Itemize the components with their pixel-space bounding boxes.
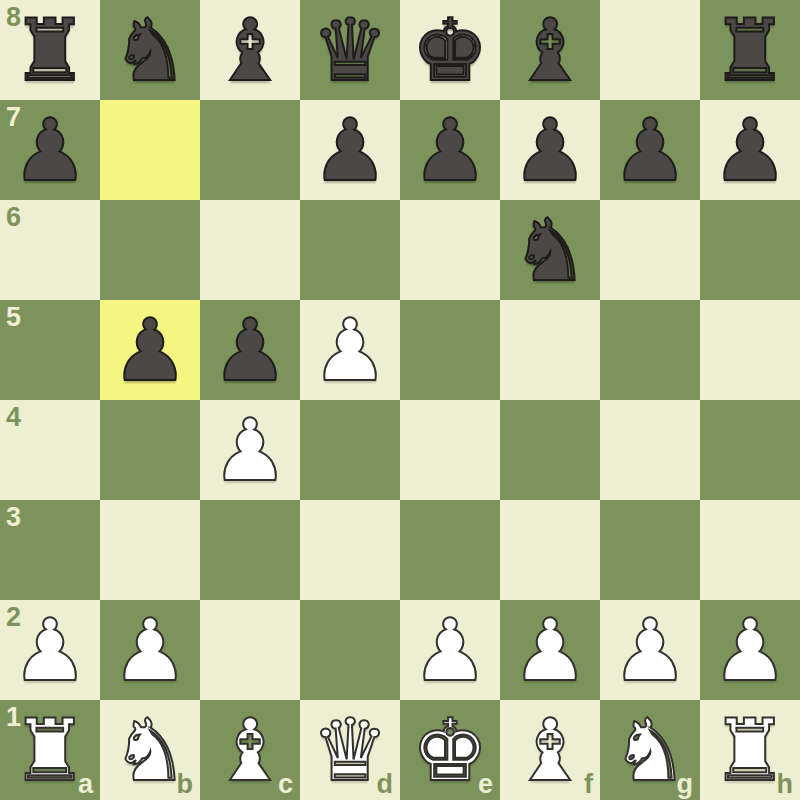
square-d1[interactable]: d♛ — [300, 700, 400, 800]
square-f4[interactable] — [500, 400, 600, 500]
piece-white-pawn[interactable]: ♟ — [700, 600, 800, 700]
square-h4[interactable] — [700, 400, 800, 500]
square-h1[interactable]: h♜ — [700, 700, 800, 800]
square-d6[interactable] — [300, 200, 400, 300]
chess-board: 8♜♞♝♛♚♝♜7♟♟♟♟♟♟6♞5♟♟♟4♟32♟♟♟♟♟♟1a♜b♞c♝d♛… — [0, 0, 800, 800]
piece-white-pawn[interactable]: ♟ — [300, 300, 400, 400]
piece-black-king[interactable]: ♚ — [400, 0, 500, 100]
piece-white-king[interactable]: ♚ — [400, 700, 500, 800]
square-b7[interactable] — [100, 100, 200, 200]
square-e1[interactable]: e♚ — [400, 700, 500, 800]
square-g3[interactable] — [600, 500, 700, 600]
square-b4[interactable] — [100, 400, 200, 500]
square-f7[interactable]: ♟ — [500, 100, 600, 200]
square-e7[interactable]: ♟ — [400, 100, 500, 200]
square-e3[interactable] — [400, 500, 500, 600]
piece-black-bishop[interactable]: ♝ — [500, 0, 600, 100]
square-d8[interactable]: ♛ — [300, 0, 400, 100]
square-d5[interactable]: ♟ — [300, 300, 400, 400]
piece-white-pawn[interactable]: ♟ — [200, 400, 300, 500]
square-h2[interactable]: ♟ — [700, 600, 800, 700]
square-e5[interactable] — [400, 300, 500, 400]
square-d2[interactable] — [300, 600, 400, 700]
square-c2[interactable] — [200, 600, 300, 700]
square-b5[interactable]: ♟ — [100, 300, 200, 400]
square-g2[interactable]: ♟ — [600, 600, 700, 700]
square-c4[interactable]: ♟ — [200, 400, 300, 500]
piece-black-pawn[interactable]: ♟ — [600, 100, 700, 200]
square-d4[interactable] — [300, 400, 400, 500]
piece-white-knight[interactable]: ♞ — [600, 700, 700, 800]
square-f8[interactable]: ♝ — [500, 0, 600, 100]
square-f2[interactable]: ♟ — [500, 600, 600, 700]
square-a1[interactable]: 1a♜ — [0, 700, 100, 800]
square-g6[interactable] — [600, 200, 700, 300]
square-a6[interactable]: 6 — [0, 200, 100, 300]
piece-black-pawn[interactable]: ♟ — [0, 100, 100, 200]
piece-white-bishop[interactable]: ♝ — [500, 700, 600, 800]
piece-white-pawn[interactable]: ♟ — [600, 600, 700, 700]
piece-black-knight[interactable]: ♞ — [500, 200, 600, 300]
piece-black-rook[interactable]: ♜ — [700, 0, 800, 100]
piece-white-pawn[interactable]: ♟ — [400, 600, 500, 700]
square-a3[interactable]: 3 — [0, 500, 100, 600]
square-g1[interactable]: g♞ — [600, 700, 700, 800]
piece-white-knight[interactable]: ♞ — [100, 700, 200, 800]
piece-black-rook[interactable]: ♜ — [0, 0, 100, 100]
piece-black-pawn[interactable]: ♟ — [400, 100, 500, 200]
rank-label-5: 5 — [6, 304, 21, 331]
square-a7[interactable]: 7♟ — [0, 100, 100, 200]
square-a2[interactable]: 2♟ — [0, 600, 100, 700]
piece-black-bishop[interactable]: ♝ — [200, 0, 300, 100]
square-b8[interactable]: ♞ — [100, 0, 200, 100]
square-d3[interactable] — [300, 500, 400, 600]
piece-white-pawn[interactable]: ♟ — [500, 600, 600, 700]
square-c5[interactable]: ♟ — [200, 300, 300, 400]
piece-white-bishop[interactable]: ♝ — [200, 700, 300, 800]
piece-white-rook[interactable]: ♜ — [0, 700, 100, 800]
square-f1[interactable]: f♝ — [500, 700, 600, 800]
square-h5[interactable] — [700, 300, 800, 400]
square-f6[interactable]: ♞ — [500, 200, 600, 300]
square-e2[interactable]: ♟ — [400, 600, 500, 700]
piece-white-queen[interactable]: ♛ — [300, 700, 400, 800]
square-f3[interactable] — [500, 500, 600, 600]
piece-black-pawn[interactable]: ♟ — [300, 100, 400, 200]
square-b1[interactable]: b♞ — [100, 700, 200, 800]
piece-black-queen[interactable]: ♛ — [300, 0, 400, 100]
square-g4[interactable] — [600, 400, 700, 500]
square-c1[interactable]: c♝ — [200, 700, 300, 800]
square-h6[interactable] — [700, 200, 800, 300]
square-a5[interactable]: 5 — [0, 300, 100, 400]
piece-black-knight[interactable]: ♞ — [100, 0, 200, 100]
square-g5[interactable] — [600, 300, 700, 400]
piece-black-pawn[interactable]: ♟ — [700, 100, 800, 200]
square-e6[interactable] — [400, 200, 500, 300]
square-e8[interactable]: ♚ — [400, 0, 500, 100]
square-b6[interactable] — [100, 200, 200, 300]
piece-black-pawn[interactable]: ♟ — [100, 300, 200, 400]
rank-label-4: 4 — [6, 404, 21, 431]
square-a4[interactable]: 4 — [0, 400, 100, 500]
piece-white-pawn[interactable]: ♟ — [100, 600, 200, 700]
square-c3[interactable] — [200, 500, 300, 600]
square-f5[interactable] — [500, 300, 600, 400]
square-g7[interactable]: ♟ — [600, 100, 700, 200]
piece-black-pawn[interactable]: ♟ — [200, 300, 300, 400]
square-h7[interactable]: ♟ — [700, 100, 800, 200]
square-e4[interactable] — [400, 400, 500, 500]
square-g8[interactable] — [600, 0, 700, 100]
square-d7[interactable]: ♟ — [300, 100, 400, 200]
piece-white-rook[interactable]: ♜ — [700, 700, 800, 800]
square-h8[interactable]: ♜ — [700, 0, 800, 100]
square-a8[interactable]: 8♜ — [0, 0, 100, 100]
piece-black-pawn[interactable]: ♟ — [500, 100, 600, 200]
chess-board-wrapper: 8♜♞♝♛♚♝♜7♟♟♟♟♟♟6♞5♟♟♟4♟32♟♟♟♟♟♟1a♜b♞c♝d♛… — [0, 0, 800, 800]
rank-label-6: 6 — [6, 204, 21, 231]
square-c8[interactable]: ♝ — [200, 0, 300, 100]
rank-label-3: 3 — [6, 504, 21, 531]
piece-white-pawn[interactable]: ♟ — [0, 600, 100, 700]
square-c6[interactable] — [200, 200, 300, 300]
square-b3[interactable] — [100, 500, 200, 600]
square-c7[interactable] — [200, 100, 300, 200]
square-h3[interactable] — [700, 500, 800, 600]
square-b2[interactable]: ♟ — [100, 600, 200, 700]
